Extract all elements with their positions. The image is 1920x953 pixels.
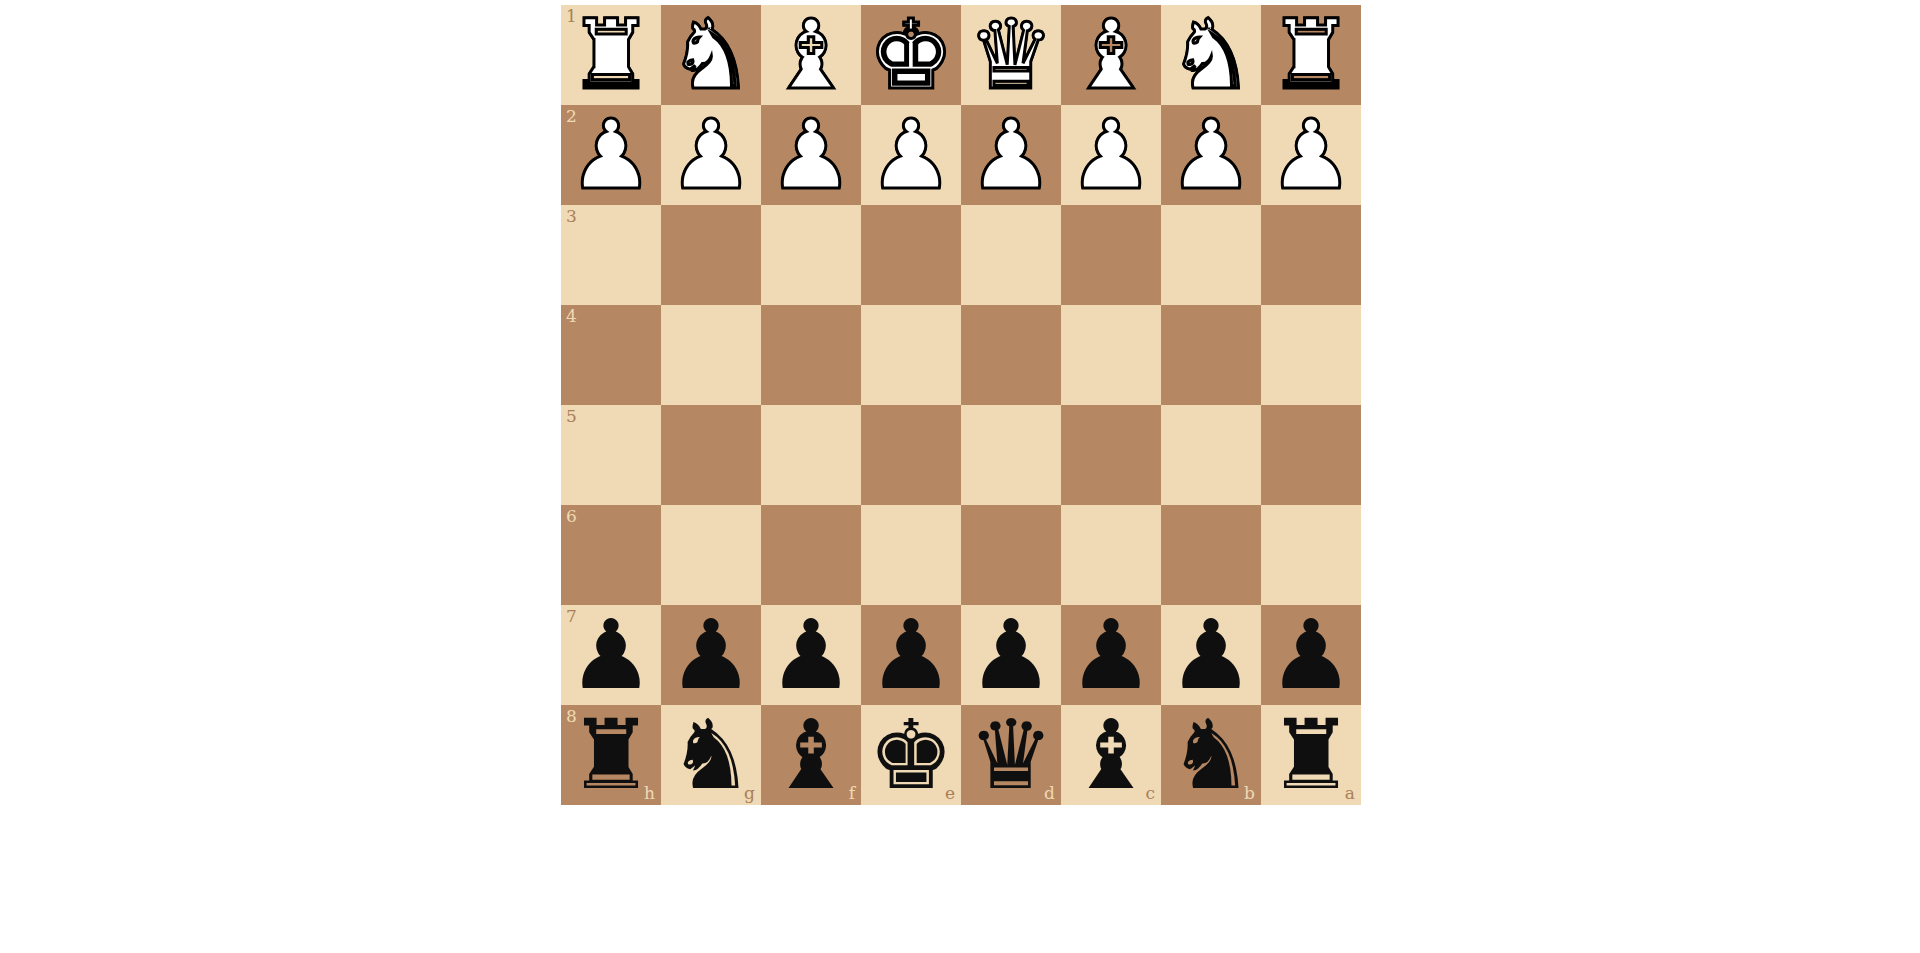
file-label-c: c [1145, 785, 1155, 802]
square-h7[interactable]: 7♟ [561, 605, 661, 705]
square-g6[interactable] [661, 505, 761, 605]
square-e4[interactable] [861, 305, 961, 405]
square-d1[interactable]: ♛ [961, 5, 1061, 105]
rank-label-3: 3 [566, 208, 577, 225]
square-g3[interactable] [661, 205, 761, 305]
square-e7[interactable]: ♟ [861, 605, 961, 705]
white-bishop-icon[interactable]: ♝ [1068, 7, 1154, 103]
square-h4[interactable]: 4 [561, 305, 661, 405]
square-c8[interactable]: c♝ [1061, 705, 1161, 805]
square-d7[interactable]: ♟ [961, 605, 1061, 705]
black-knight-icon[interactable]: ♞ [1168, 707, 1254, 803]
black-king-icon[interactable]: ♚ [868, 707, 954, 803]
white-pawn-icon[interactable]: ♟ [1168, 107, 1254, 203]
square-h1[interactable]: 1♜ [561, 5, 661, 105]
square-g1[interactable]: ♞ [661, 5, 761, 105]
square-c6[interactable] [1061, 505, 1161, 605]
square-f6[interactable] [761, 505, 861, 605]
black-knight-icon[interactable]: ♞ [668, 707, 754, 803]
square-a3[interactable] [1261, 205, 1361, 305]
file-label-e: e [945, 785, 955, 802]
square-c2[interactable]: ♟ [1061, 105, 1161, 205]
white-pawn-icon[interactable]: ♟ [968, 107, 1054, 203]
square-e8[interactable]: e♚ [861, 705, 961, 805]
rank-label-4: 4 [566, 308, 577, 325]
black-bishop-icon[interactable]: ♝ [1068, 707, 1154, 803]
square-d6[interactable] [961, 505, 1061, 605]
square-f3[interactable] [761, 205, 861, 305]
rank-label-8: 8 [566, 708, 577, 725]
black-pawn-icon[interactable]: ♟ [668, 607, 754, 703]
white-bishop-icon[interactable]: ♝ [768, 7, 854, 103]
square-e2[interactable]: ♟ [861, 105, 961, 205]
file-label-h: h [644, 785, 655, 802]
white-knight-icon[interactable]: ♞ [1168, 7, 1254, 103]
white-knight-icon[interactable]: ♞ [668, 7, 754, 103]
square-c5[interactable] [1061, 405, 1161, 505]
square-e1[interactable]: ♚ [861, 5, 961, 105]
black-pawn-icon[interactable]: ♟ [568, 607, 654, 703]
square-a7[interactable]: ♟ [1261, 605, 1361, 705]
square-b5[interactable] [1161, 405, 1261, 505]
square-d4[interactable] [961, 305, 1061, 405]
square-f4[interactable] [761, 305, 861, 405]
rank-label-1: 1 [566, 8, 577, 25]
black-bishop-icon[interactable]: ♝ [768, 707, 854, 803]
square-d5[interactable] [961, 405, 1061, 505]
white-rook-icon[interactable]: ♜ [568, 7, 654, 103]
white-pawn-icon[interactable]: ♟ [868, 107, 954, 203]
square-c1[interactable]: ♝ [1061, 5, 1161, 105]
white-pawn-icon[interactable]: ♟ [1268, 107, 1354, 203]
square-e3[interactable] [861, 205, 961, 305]
square-f1[interactable]: ♝ [761, 5, 861, 105]
square-b4[interactable] [1161, 305, 1261, 405]
file-label-a: a [1345, 785, 1355, 802]
rank-label-2: 2 [566, 108, 577, 125]
square-h3[interactable]: 3 [561, 205, 661, 305]
black-pawn-icon[interactable]: ♟ [868, 607, 954, 703]
square-b6[interactable] [1161, 505, 1261, 605]
square-g8[interactable]: g♞ [661, 705, 761, 805]
black-pawn-icon[interactable]: ♟ [1168, 607, 1254, 703]
square-h5[interactable]: 5 [561, 405, 661, 505]
square-e5[interactable] [861, 405, 961, 505]
white-king-icon[interactable]: ♚ [868, 7, 954, 103]
square-f7[interactable]: ♟ [761, 605, 861, 705]
black-pawn-icon[interactable]: ♟ [768, 607, 854, 703]
chess-board: 1♜♞♝♚♛♝♞♜2♟♟♟♟♟♟♟♟34567♟♟♟♟♟♟♟♟8h♜g♞f♝e♚… [561, 5, 1361, 805]
file-label-g: g [744, 785, 755, 802]
square-a4[interactable] [1261, 305, 1361, 405]
square-a2[interactable]: ♟ [1261, 105, 1361, 205]
square-c4[interactable] [1061, 305, 1161, 405]
black-rook-icon[interactable]: ♜ [1268, 707, 1354, 803]
square-a5[interactable] [1261, 405, 1361, 505]
square-a8[interactable]: a♜ [1261, 705, 1361, 805]
square-b8[interactable]: b♞ [1161, 705, 1261, 805]
square-g7[interactable]: ♟ [661, 605, 761, 705]
white-pawn-icon[interactable]: ♟ [1068, 107, 1154, 203]
black-pawn-icon[interactable]: ♟ [1268, 607, 1354, 703]
square-f5[interactable] [761, 405, 861, 505]
black-pawn-icon[interactable]: ♟ [1068, 607, 1154, 703]
square-b1[interactable]: ♞ [1161, 5, 1261, 105]
white-queen-icon[interactable]: ♛ [968, 7, 1054, 103]
square-b7[interactable]: ♟ [1161, 605, 1261, 705]
square-g2[interactable]: ♟ [661, 105, 761, 205]
file-label-d: d [1044, 785, 1055, 802]
square-g4[interactable] [661, 305, 761, 405]
square-a6[interactable] [1261, 505, 1361, 605]
rank-label-6: 6 [566, 508, 577, 525]
black-rook-icon[interactable]: ♜ [568, 707, 654, 803]
square-b2[interactable]: ♟ [1161, 105, 1261, 205]
square-h6[interactable]: 6 [561, 505, 661, 605]
square-h8[interactable]: 8h♜ [561, 705, 661, 805]
square-h2[interactable]: 2♟ [561, 105, 661, 205]
white-rook-icon[interactable]: ♜ [1268, 7, 1354, 103]
file-label-b: b [1244, 785, 1255, 802]
square-c3[interactable] [1061, 205, 1161, 305]
white-pawn-icon[interactable]: ♟ [668, 107, 754, 203]
square-d8[interactable]: d♛ [961, 705, 1061, 805]
square-d3[interactable] [961, 205, 1061, 305]
square-f8[interactable]: f♝ [761, 705, 861, 805]
black-queen-icon[interactable]: ♛ [968, 707, 1054, 803]
file-label-f: f [849, 785, 855, 802]
white-pawn-icon[interactable]: ♟ [568, 107, 654, 203]
white-pawn-icon[interactable]: ♟ [768, 107, 854, 203]
square-g5[interactable] [661, 405, 761, 505]
square-e6[interactable] [861, 505, 961, 605]
square-b3[interactable] [1161, 205, 1261, 305]
square-a1[interactable]: ♜ [1261, 5, 1361, 105]
rank-label-7: 7 [566, 608, 577, 625]
rank-label-5: 5 [566, 408, 577, 425]
black-pawn-icon[interactable]: ♟ [968, 607, 1054, 703]
square-d2[interactable]: ♟ [961, 105, 1061, 205]
square-f2[interactable]: ♟ [761, 105, 861, 205]
square-c7[interactable]: ♟ [1061, 605, 1161, 705]
